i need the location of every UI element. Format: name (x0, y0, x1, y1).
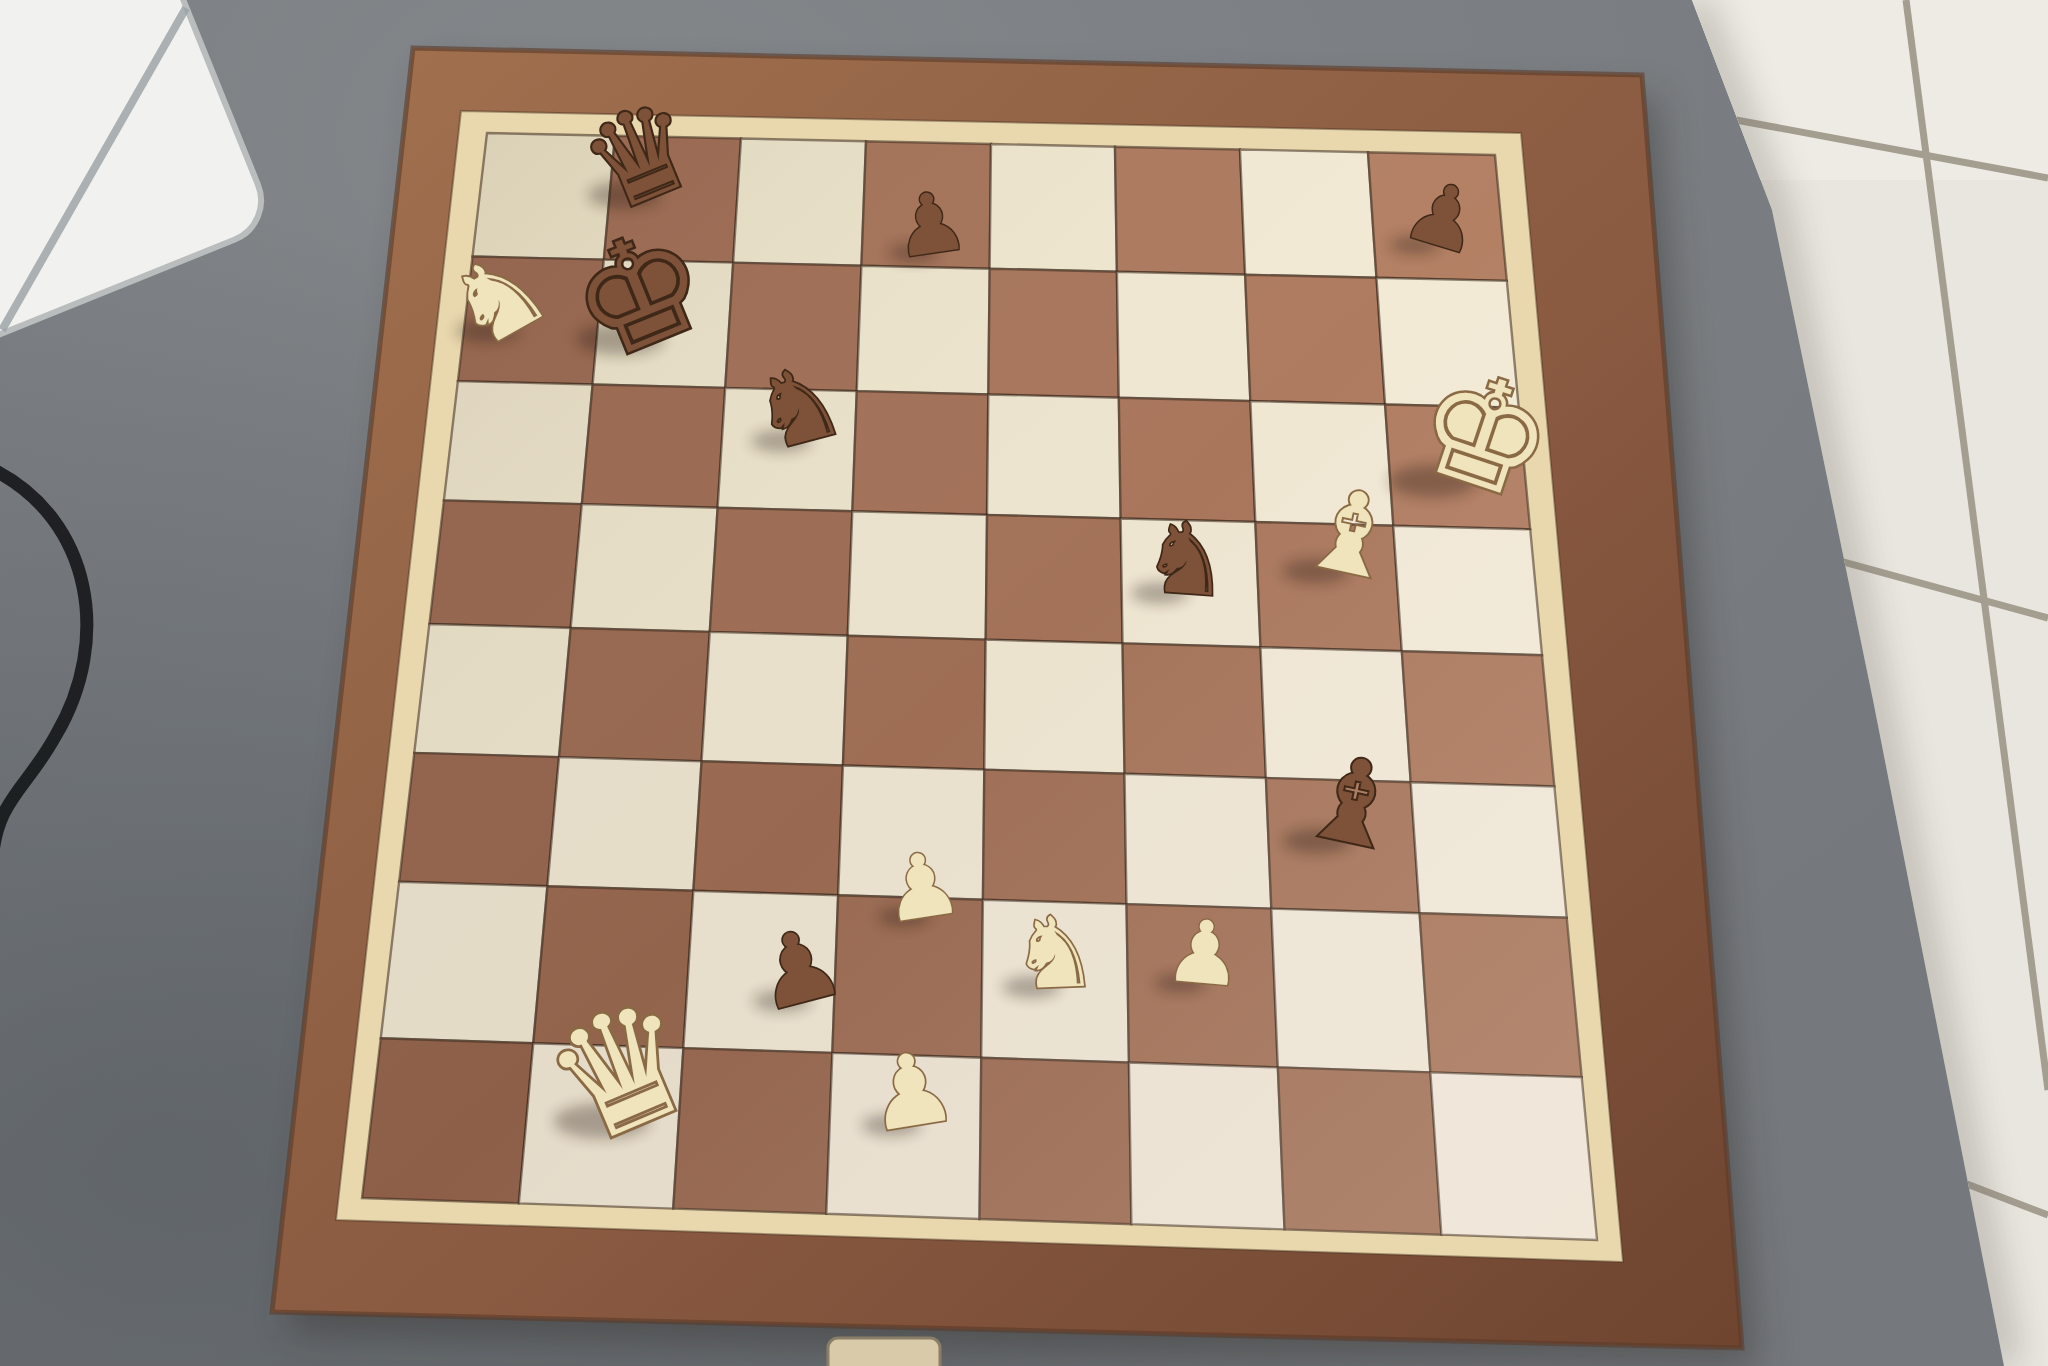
piece-white-pawn-f2[interactable]: ♟ (1161, 899, 1247, 1006)
square-g8[interactable] (1240, 149, 1377, 277)
square-e4[interactable] (984, 640, 1124, 774)
square-e1[interactable] (980, 1058, 1132, 1224)
square-c5[interactable] (710, 508, 853, 636)
piece-white-knight-e2[interactable]: ♞ (1009, 894, 1101, 1011)
piece-black-knight-f5[interactable]: ♞ (1138, 499, 1234, 619)
square-f7[interactable] (1117, 272, 1250, 401)
square-f1[interactable] (1129, 1063, 1285, 1230)
square-d6[interactable] (852, 391, 988, 515)
square-a4[interactable] (414, 624, 570, 757)
square-d7[interactable] (857, 266, 990, 395)
square-b6[interactable] (582, 385, 725, 508)
square-e6[interactable] (987, 394, 1121, 518)
scene-svg: ♛♟♟♞♚♞♚♝♞♝♟♟♞♟♛♟ (0, 0, 2048, 1366)
square-b4[interactable] (559, 628, 710, 761)
square-f4[interactable] (1123, 643, 1266, 778)
square-a5[interactable] (429, 500, 581, 628)
square-f8[interactable] (1115, 147, 1245, 275)
square-c3[interactable] (693, 761, 843, 895)
piece-white-pawn-d1[interactable]: ♟ (858, 1027, 964, 1155)
square-d4[interactable] (843, 636, 986, 770)
square-e5[interactable] (986, 515, 1123, 644)
piece-box-edge (828, 1338, 940, 1366)
square-c4[interactable] (702, 632, 848, 766)
square-e7[interactable] (988, 269, 1118, 398)
square-h2[interactable] (1420, 913, 1582, 1077)
photo-scene: ♛♟♟♞♚♞♚♝♞♝♟♟♞♟♛♟ (0, 0, 2048, 1366)
square-a3[interactable] (399, 753, 559, 886)
square-c8[interactable] (733, 139, 866, 266)
square-h5[interactable] (1393, 526, 1542, 656)
square-g2[interactable] (1271, 909, 1430, 1073)
square-g1[interactable] (1278, 1067, 1442, 1234)
square-b5[interactable] (571, 504, 718, 632)
square-e8[interactable] (990, 144, 1117, 272)
piece-black-pawn-d8[interactable]: ♟ (887, 171, 974, 277)
square-a6[interactable] (444, 381, 593, 504)
square-a1[interactable] (362, 1038, 533, 1203)
square-e3[interactable] (983, 770, 1127, 905)
square-h1[interactable] (1430, 1072, 1597, 1240)
square-h3[interactable] (1411, 782, 1567, 918)
square-b3[interactable] (547, 757, 701, 891)
square-h4[interactable] (1402, 651, 1555, 786)
square-g7[interactable] (1245, 275, 1385, 405)
piece-white-pawn-d2[interactable]: ♟ (875, 831, 968, 944)
square-f3[interactable] (1125, 774, 1272, 909)
square-d5[interactable] (848, 511, 987, 639)
